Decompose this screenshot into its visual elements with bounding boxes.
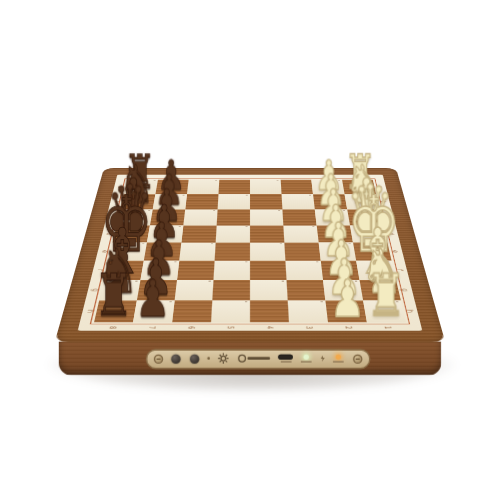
rank-label-7: 7 (146, 324, 158, 332)
square-f4[interactable] (250, 261, 287, 280)
rank-label-1: 1 (382, 324, 394, 332)
piece-white-pawn-h2[interactable]: ♟ (330, 275, 365, 321)
scene: ♜♞♝♛♚♝♞♜♟♟♟♟♟♟♟♟♟♟♟♟♟♟♟♟♜♞♝♛♚♝♞♜ 8765432… (0, 0, 500, 500)
square-a6[interactable] (187, 180, 219, 194)
square-h4[interactable] (250, 300, 289, 322)
power-button[interactable] (171, 354, 180, 363)
screw-left-icon (153, 354, 162, 363)
board-wood-frame: ♜♞♝♛♚♝♞♜♟♟♟♟♟♟♟♟♟♟♟♟♟♟♟♟♜♞♝♛♚♝♞♜ 8765432… (55, 168, 446, 342)
square-b5[interactable] (218, 194, 250, 209)
square-b4[interactable] (250, 194, 282, 209)
chess-board: ♜♞♝♛♚♝♞♜♟♟♟♟♟♟♟♟♟♟♟♟♟♟♟♟♜♞♝♛♚♝♞♜ 8765432… (55, 168, 446, 342)
square-h7[interactable]: ♟ (133, 300, 175, 322)
square-h6[interactable] (172, 300, 212, 322)
square-b6[interactable] (185, 194, 218, 209)
square-d6[interactable] (181, 226, 216, 243)
charge-bolt-icon (321, 355, 325, 362)
frame-front-face (59, 342, 441, 375)
rank-label-6: 6 (185, 324, 196, 332)
square-g5[interactable] (212, 280, 250, 300)
square-c6[interactable] (183, 209, 217, 225)
square-d4[interactable] (250, 226, 284, 243)
settings-gear-icon (218, 353, 229, 364)
square-a5[interactable] (218, 180, 250, 194)
rank-label-4: 4 (264, 324, 275, 332)
square-h3[interactable] (288, 300, 328, 322)
status-led-green (301, 354, 312, 362)
rank-label-3: 3 (303, 324, 314, 332)
charge-led-amber (333, 354, 344, 362)
square-c3[interactable] (282, 209, 316, 225)
rank-label-5: 5 (225, 324, 236, 332)
square-c4[interactable] (250, 209, 283, 225)
square-f6[interactable] (177, 261, 215, 280)
board-grid: ♜♞♝♛♚♝♞♜♟♟♟♟♟♟♟♟♟♟♟♟♟♟♟♟♜♞♝♛♚♝♞♜ (94, 180, 406, 322)
square-d5[interactable] (216, 226, 250, 243)
square-g6[interactable] (175, 280, 214, 300)
piece-black-rook-h8[interactable]: ♜ (94, 269, 134, 321)
square-h5[interactable] (211, 300, 250, 322)
square-g3[interactable] (287, 280, 326, 300)
square-h1[interactable]: ♜ (363, 300, 406, 322)
square-e6[interactable] (179, 243, 215, 261)
rank-label-8: 8 (106, 324, 118, 332)
square-f3[interactable] (285, 261, 323, 280)
mode-button[interactable] (189, 354, 198, 363)
control-panel (145, 348, 370, 368)
square-h2[interactable]: ♟ (325, 300, 367, 322)
square-e5[interactable] (215, 243, 250, 261)
brand-logo (238, 354, 270, 362)
dot-separator (207, 357, 210, 360)
screw-right-icon (352, 354, 361, 363)
square-c5[interactable] (217, 209, 250, 225)
square-a3[interactable] (281, 180, 313, 194)
board-border-mat: ♜♞♝♛♚♝♞♜♟♟♟♟♟♟♟♟♟♟♟♟♟♟♟♟♜♞♝♛♚♝♞♜ 8765432… (78, 175, 423, 331)
square-e3[interactable] (284, 243, 320, 261)
piece-white-rook-h1[interactable]: ♜ (366, 269, 406, 321)
square-g4[interactable] (250, 280, 288, 300)
square-d3[interactable] (283, 226, 318, 243)
rank-label-2: 2 (342, 324, 354, 332)
square-h8[interactable]: ♜ (94, 300, 137, 322)
piece-black-pawn-h7[interactable]: ♟ (135, 275, 170, 321)
product-photo-chess-set: ♜♞♝♛♚♝♞♜♟♟♟♟♟♟♟♟♟♟♟♟♟♟♟♟♜♞♝♛♚♝♞♜ 8765432… (0, 0, 500, 500)
square-e4[interactable] (250, 243, 285, 261)
usb-c-port[interactable] (278, 354, 293, 362)
square-a4[interactable] (250, 180, 282, 194)
square-f5[interactable] (213, 261, 250, 280)
square-b3[interactable] (282, 194, 315, 209)
